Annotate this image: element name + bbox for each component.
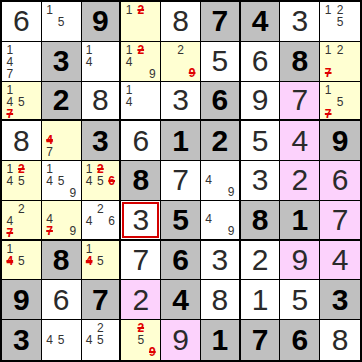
candidate: 4 bbox=[84, 56, 95, 68]
cell-r5c6[interactable]: 49 bbox=[201, 161, 241, 201]
cell-r4c5[interactable]: 1 bbox=[161, 121, 201, 161]
candidate: 5 bbox=[95, 255, 106, 267]
given-digit: 7 bbox=[211, 6, 228, 36]
solved-digit: 4 bbox=[332, 245, 349, 275]
solved-digit: 9 bbox=[172, 325, 189, 355]
eliminated-candidate: 4 bbox=[84, 255, 95, 267]
given-digit: 7 bbox=[92, 285, 109, 315]
pencilmarks: 125 bbox=[320, 2, 360, 41]
candidate: 5 bbox=[95, 334, 106, 346]
pencilmarks: 246 bbox=[82, 201, 120, 239]
cell-r4c8[interactable]: 4 bbox=[280, 121, 320, 161]
cell-r8c2[interactable]: 6 bbox=[42, 280, 82, 320]
cell-r3c1[interactable]: 1457 bbox=[2, 82, 42, 122]
cell-r7c9[interactable]: 4 bbox=[320, 241, 360, 281]
candidate: 5 bbox=[55, 334, 67, 346]
cell-r2c8[interactable]: 8 bbox=[280, 42, 320, 82]
cell-r7c5[interactable]: 6 bbox=[161, 241, 201, 281]
cell-r1c4[interactable]: 12 bbox=[121, 2, 161, 42]
cell-r7c4[interactable]: 7 bbox=[121, 241, 161, 281]
pencilmarks: 49 bbox=[201, 161, 239, 200]
cell-r5c4[interactable]: 8 bbox=[121, 161, 161, 201]
cell-r8c1[interactable]: 9 bbox=[2, 280, 42, 320]
pencilmarks: 14 bbox=[82, 42, 120, 81]
candidate: 4 bbox=[123, 56, 135, 68]
cell-r6c4[interactable]: 3 bbox=[121, 201, 161, 241]
cell-r1c9[interactable]: 125 bbox=[320, 2, 360, 42]
cell-r4c1[interactable]: 8 bbox=[2, 121, 42, 161]
eliminated-candidate: 7 bbox=[322, 108, 334, 120]
candidate: 1 bbox=[322, 84, 334, 96]
cell-r3c4[interactable]: 14 bbox=[121, 82, 161, 122]
pencilmarks: 1245 bbox=[2, 161, 41, 200]
candidate: 4 bbox=[4, 56, 16, 68]
cell-r7c8[interactable]: 9 bbox=[280, 241, 320, 281]
candidate: 4 bbox=[4, 96, 16, 108]
pencilmarks: 14 bbox=[121, 82, 160, 120]
cell-r5c5[interactable]: 7 bbox=[161, 161, 201, 201]
solved-digit: 9 bbox=[291, 245, 308, 275]
candidate: 1 bbox=[4, 243, 16, 255]
cell-r3c6[interactable]: 6 bbox=[201, 82, 241, 122]
cell-r6c1[interactable]: 247 bbox=[2, 201, 42, 241]
eliminated-candidate: 2 bbox=[135, 4, 147, 16]
given-digit: 3 bbox=[92, 126, 109, 156]
solved-digit: 3 bbox=[211, 245, 228, 275]
cell-r2c9[interactable]: 127 bbox=[320, 42, 360, 82]
cell-r6c9[interactable]: 7 bbox=[320, 201, 360, 241]
solved-digit: 8 bbox=[13, 126, 30, 156]
cell-r8c5[interactable]: 4 bbox=[161, 280, 201, 320]
candidate: 1 bbox=[44, 4, 56, 16]
given-digit: 3 bbox=[53, 46, 70, 76]
cell-r9c7[interactable]: 7 bbox=[241, 320, 281, 360]
cell-r2c2[interactable]: 3 bbox=[42, 42, 82, 82]
solved-digit: 7 bbox=[172, 165, 189, 195]
cell-r3c7[interactable]: 9 bbox=[241, 82, 281, 122]
cell-r8c8[interactable]: 5 bbox=[280, 280, 320, 320]
given-digit: 8 bbox=[53, 245, 70, 275]
cell-r9c1[interactable]: 3 bbox=[2, 320, 42, 360]
candidate: 4 bbox=[4, 175, 16, 187]
cell-r5c7[interactable]: 3 bbox=[241, 161, 281, 201]
cell-r6c8[interactable]: 1 bbox=[280, 201, 320, 241]
candidate: 1 bbox=[322, 4, 334, 16]
candidate: 9 bbox=[67, 187, 79, 199]
candidate: 1 bbox=[84, 243, 95, 255]
cell-r9c9[interactable]: 8 bbox=[320, 320, 360, 360]
cell-r8c9[interactable]: 3 bbox=[320, 280, 360, 320]
sudoku-board: 6159128743125147314124929568127145728143… bbox=[0, 0, 362, 362]
cell-r8c7[interactable]: 1 bbox=[241, 280, 281, 320]
pencilmarks: 147 bbox=[2, 42, 41, 81]
candidate: 5 bbox=[95, 175, 106, 187]
eliminated-candidate: 9 bbox=[186, 67, 198, 79]
candidate: 1 bbox=[123, 4, 135, 16]
cell-r5c9[interactable]: 6 bbox=[320, 161, 360, 201]
cell-r2c6[interactable]: 5 bbox=[201, 42, 241, 82]
candidate: 5 bbox=[135, 334, 147, 346]
given-digit: 8 bbox=[291, 46, 308, 76]
cell-r7c6[interactable]: 3 bbox=[201, 241, 241, 281]
candidate: 1 bbox=[4, 84, 16, 96]
cell-r9c8[interactable]: 6 bbox=[280, 320, 320, 360]
pencilmarks: 12456 bbox=[82, 161, 120, 200]
eliminated-candidate: 6 bbox=[106, 175, 117, 187]
pencilmarks: 1249 bbox=[121, 42, 160, 81]
cell-r2c5[interactable]: 29 bbox=[161, 42, 201, 82]
cell-r5c3[interactable]: 12456 bbox=[82, 161, 122, 201]
pencilmarks: 15 bbox=[42, 2, 81, 41]
candidate: 5 bbox=[334, 96, 346, 108]
given-digit: 6 bbox=[211, 85, 228, 115]
cell-r6c3[interactable]: 246 bbox=[82, 201, 122, 241]
given-digit: 4 bbox=[172, 285, 189, 315]
eliminated-candidate: 7 bbox=[44, 225, 56, 237]
candidate: 4 bbox=[123, 96, 135, 108]
candidate: 5 bbox=[16, 175, 28, 187]
cell-r7c3[interactable]: 145 bbox=[82, 241, 122, 281]
candidate: 1 bbox=[322, 44, 334, 56]
eliminated-candidate: 4 bbox=[4, 255, 16, 267]
given-digit: 2 bbox=[211, 126, 228, 156]
candidate: 5 bbox=[55, 16, 67, 28]
cell-r3c3[interactable]: 8 bbox=[82, 82, 122, 122]
solved-digit: 4 bbox=[291, 126, 308, 156]
candidate: 5 bbox=[16, 255, 28, 267]
pencilmarks: 259 bbox=[121, 320, 160, 360]
cell-r5c2[interactable]: 1459 bbox=[42, 161, 82, 201]
pencilmarks: 245 bbox=[82, 320, 120, 360]
candidate: 6 bbox=[106, 215, 117, 227]
candidate: 2 bbox=[16, 203, 28, 215]
cell-r8c4[interactable]: 2 bbox=[121, 280, 161, 320]
candidate: 4 bbox=[44, 213, 56, 225]
candidate: 4 bbox=[44, 334, 56, 346]
solved-digit: 2 bbox=[291, 165, 308, 195]
solved-digit: 5 bbox=[252, 126, 269, 156]
cell-r6c7[interactable]: 8 bbox=[241, 201, 281, 241]
pencilmarks: 1457 bbox=[2, 82, 41, 120]
cell-r9c6[interactable]: 1 bbox=[201, 320, 241, 360]
candidate: 1 bbox=[84, 44, 95, 56]
cell-r1c7[interactable]: 4 bbox=[241, 2, 281, 42]
solved-digit: 6 bbox=[132, 126, 149, 156]
solved-digit: 7 bbox=[332, 205, 349, 235]
pencilmarks: 157 bbox=[320, 82, 360, 120]
cell-r3c5[interactable]: 3 bbox=[161, 82, 201, 122]
cell-r4c7[interactable]: 5 bbox=[241, 121, 281, 161]
cell-r1c8[interactable]: 3 bbox=[280, 2, 320, 42]
cell-r7c1[interactable]: 145 bbox=[2, 241, 42, 281]
cell-r1c1[interactable]: 6 bbox=[2, 2, 42, 42]
cell-r6c6[interactable]: 49 bbox=[201, 201, 241, 241]
solved-digit: 3 bbox=[172, 85, 189, 115]
given-digit: 6 bbox=[172, 245, 189, 275]
candidate: 2 bbox=[95, 203, 106, 215]
cell-r2c7[interactable]: 6 bbox=[241, 42, 281, 82]
eliminated-candidate: 7 bbox=[4, 227, 16, 239]
given-digit: 9 bbox=[92, 6, 109, 36]
candidate: 4 bbox=[84, 175, 95, 187]
pencilmarks: 1459 bbox=[42, 161, 81, 200]
cell-r1c3[interactable]: 9 bbox=[82, 2, 122, 42]
cell-r4c2[interactable]: 47 bbox=[42, 121, 82, 161]
pencilmarks: 145 bbox=[82, 241, 120, 280]
eliminated-candidate: 9 bbox=[147, 346, 159, 358]
cell-r2c3[interactable]: 14 bbox=[82, 42, 122, 82]
cell-r7c7[interactable]: 2 bbox=[241, 241, 281, 281]
solved-digit: 3 bbox=[252, 165, 269, 195]
cell-r9c5[interactable]: 9 bbox=[161, 320, 201, 360]
solved-digit: 6 bbox=[13, 6, 30, 36]
cell-r1c2[interactable]: 15 bbox=[42, 2, 82, 42]
cell-r2c1[interactable]: 147 bbox=[2, 42, 42, 82]
candidate: 2 bbox=[175, 44, 187, 56]
cell-r4c9[interactable]: 9 bbox=[320, 121, 360, 161]
solved-digit: 8 bbox=[332, 325, 349, 355]
candidate: 1 bbox=[123, 44, 135, 56]
cell-r9c4[interactable]: 259 bbox=[121, 320, 161, 360]
solved-digit: 8 bbox=[172, 6, 189, 36]
cell-r3c2[interactable]: 2 bbox=[42, 82, 82, 122]
candidate: 9 bbox=[147, 68, 159, 80]
cell-r6c5[interactable]: 5 bbox=[161, 201, 201, 241]
candidate: 9 bbox=[225, 186, 236, 198]
given-digit: 9 bbox=[13, 285, 30, 315]
cell-r4c4[interactable]: 6 bbox=[121, 121, 161, 161]
candidate: 7 bbox=[44, 146, 56, 158]
candidate: 1 bbox=[123, 84, 135, 96]
solved-digit: 5 bbox=[291, 285, 308, 315]
candidate: 5 bbox=[55, 175, 67, 187]
given-digit: 4 bbox=[252, 6, 269, 36]
cell-r1c5[interactable]: 8 bbox=[161, 2, 201, 42]
given-digit: 9 bbox=[332, 126, 349, 156]
solved-digit: 7 bbox=[132, 245, 149, 275]
candidate: 4 bbox=[84, 334, 95, 346]
given-digit: 3 bbox=[13, 325, 30, 355]
solved-digit: 3 bbox=[132, 205, 149, 235]
cell-r9c3[interactable]: 245 bbox=[82, 320, 122, 360]
candidate: 4 bbox=[44, 175, 56, 187]
given-digit: 8 bbox=[132, 165, 149, 195]
given-digit: 2 bbox=[53, 85, 70, 115]
solved-digit: 2 bbox=[252, 245, 269, 275]
solved-digit: 8 bbox=[92, 85, 109, 115]
candidate: 4 bbox=[203, 213, 214, 225]
candidate: 9 bbox=[225, 225, 236, 237]
cell-r4c3[interactable]: 3 bbox=[82, 121, 122, 161]
given-digit: 5 bbox=[172, 205, 189, 235]
cell-r7c2[interactable]: 8 bbox=[42, 241, 82, 281]
solved-digit: 7 bbox=[291, 85, 308, 115]
pencilmarks: 12 bbox=[121, 2, 160, 41]
candidate: 4 bbox=[84, 215, 95, 227]
solved-digit: 1 bbox=[252, 285, 269, 315]
pencilmarks: 145 bbox=[2, 241, 41, 280]
cell-r8c6[interactable]: 8 bbox=[201, 280, 241, 320]
candidate: 5 bbox=[334, 16, 346, 28]
eliminated-candidate: 7 bbox=[4, 108, 16, 120]
pencilmarks: 47 bbox=[42, 121, 81, 160]
solved-digit: 5 bbox=[211, 46, 228, 76]
solved-digit: 3 bbox=[291, 6, 308, 36]
given-digit: 6 bbox=[291, 325, 308, 355]
pencilmarks: 479 bbox=[42, 201, 81, 239]
solved-digit: 9 bbox=[252, 85, 269, 115]
eliminated-candidate: 7 bbox=[322, 67, 334, 79]
given-digit: 1 bbox=[291, 205, 308, 235]
candidate: 7 bbox=[4, 68, 16, 80]
cell-r4c6[interactable]: 2 bbox=[201, 121, 241, 161]
pencilmarks: 49 bbox=[201, 201, 239, 239]
cell-r5c8[interactable]: 2 bbox=[280, 161, 320, 201]
solved-digit: 2 bbox=[132, 285, 149, 315]
candidate: 9 bbox=[67, 225, 79, 237]
cell-r5c1[interactable]: 1245 bbox=[2, 161, 42, 201]
cell-r2c4[interactable]: 1249 bbox=[121, 42, 161, 82]
cell-r9c2[interactable]: 45 bbox=[42, 320, 82, 360]
given-digit: 7 bbox=[252, 325, 269, 355]
solved-digit: 6 bbox=[53, 285, 70, 315]
given-digit: 1 bbox=[172, 126, 189, 156]
pencilmarks: 127 bbox=[320, 42, 360, 81]
cell-r8c3[interactable]: 7 bbox=[82, 280, 122, 320]
candidate: 1 bbox=[4, 44, 16, 56]
cell-r3c9[interactable]: 157 bbox=[320, 82, 360, 122]
candidate: 2 bbox=[334, 44, 346, 56]
pencilmarks: 247 bbox=[2, 201, 41, 239]
solved-digit: 6 bbox=[332, 165, 349, 195]
cell-r1c6[interactable]: 7 bbox=[201, 2, 241, 42]
given-digit: 8 bbox=[252, 205, 269, 235]
eliminated-candidate: 2 bbox=[135, 44, 147, 56]
cell-r3c8[interactable]: 7 bbox=[280, 82, 320, 122]
candidate: 5 bbox=[16, 96, 28, 108]
pencilmarks: 29 bbox=[161, 42, 200, 81]
given-digit: 3 bbox=[332, 285, 349, 315]
cell-r6c2[interactable]: 479 bbox=[42, 201, 82, 241]
solved-digit: 6 bbox=[252, 46, 269, 76]
given-digit: 1 bbox=[211, 325, 228, 355]
pencilmarks: 45 bbox=[42, 320, 81, 360]
solved-digit: 8 bbox=[211, 285, 228, 315]
candidate: 4 bbox=[203, 174, 214, 186]
